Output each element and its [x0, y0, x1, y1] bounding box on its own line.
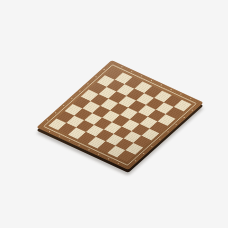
coordinate-mark-h	[46, 119, 48, 120]
coordinate-mark-3	[140, 75, 142, 76]
coordinate-mark-f	[62, 104, 64, 105]
coordinate-mark-8	[189, 97, 191, 98]
coordinate-mark-e	[159, 138, 161, 139]
coordinate-mark-h	[134, 160, 136, 161]
coordinate-mark-5	[160, 84, 162, 85]
coordinate-mark-a	[103, 68, 105, 69]
coordinate-mark-d	[79, 90, 81, 91]
coordinate-mark-7	[107, 158, 109, 159]
coordinate-mark-4	[77, 144, 79, 145]
coordinate-mark-5	[87, 149, 89, 150]
coordinate-mark-2	[130, 70, 132, 71]
coordinate-mark-e	[70, 97, 72, 98]
coordinate-mark-8	[117, 162, 119, 163]
coordinate-mark-3	[68, 139, 70, 140]
chessboard	[36, 60, 203, 170]
coordinate-mark-1	[48, 130, 50, 131]
coordinate-mark-4	[150, 79, 152, 80]
coordinate-mark-g	[142, 152, 144, 153]
coordinate-mark-7	[179, 93, 181, 94]
coordinate-mark-d	[167, 131, 169, 132]
coordinate-mark-g	[54, 112, 56, 113]
coordinate-mark-c	[87, 83, 89, 84]
coordinate-mark-b	[183, 116, 185, 117]
coordinate-mark-6	[170, 88, 172, 89]
frame-coordinate-marks	[36, 60, 203, 170]
coordinate-mark-6	[97, 153, 99, 154]
coordinate-mark-2	[58, 135, 60, 136]
coordinate-mark-a	[191, 109, 193, 110]
coordinate-mark-c	[175, 123, 177, 124]
product-photo-scene	[0, 0, 228, 228]
coordinate-mark-1	[120, 66, 122, 67]
coordinate-mark-b	[95, 75, 97, 76]
coordinate-mark-f	[151, 145, 153, 146]
